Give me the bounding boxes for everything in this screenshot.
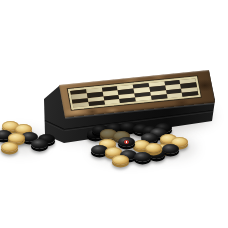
checkerboard-field [68, 76, 201, 110]
checkerboard-grid [70, 78, 198, 107]
cream-checker-piece [145, 143, 162, 153]
board-square-light [73, 102, 89, 108]
board-square-dark [182, 91, 198, 97]
board-square-dark [88, 100, 104, 106]
board-square-dark [119, 97, 135, 103]
brand-logo-sticker [124, 140, 129, 144]
cream-checker-piece [112, 155, 129, 165]
board-square-dark [151, 94, 167, 100]
black-checker-piece [134, 152, 151, 162]
case-fold-seam-left-end [44, 120, 64, 131]
black-checker-piece [31, 139, 48, 149]
product-photo-scene [0, 0, 228, 228]
cream-checker-piece [1, 142, 18, 152]
black-checker-piece [118, 137, 135, 147]
game-case-black-lacquer-body [0, 0, 228, 228]
board-square-light [104, 99, 120, 105]
board-square-light [135, 96, 151, 102]
board-square-light [166, 92, 182, 98]
